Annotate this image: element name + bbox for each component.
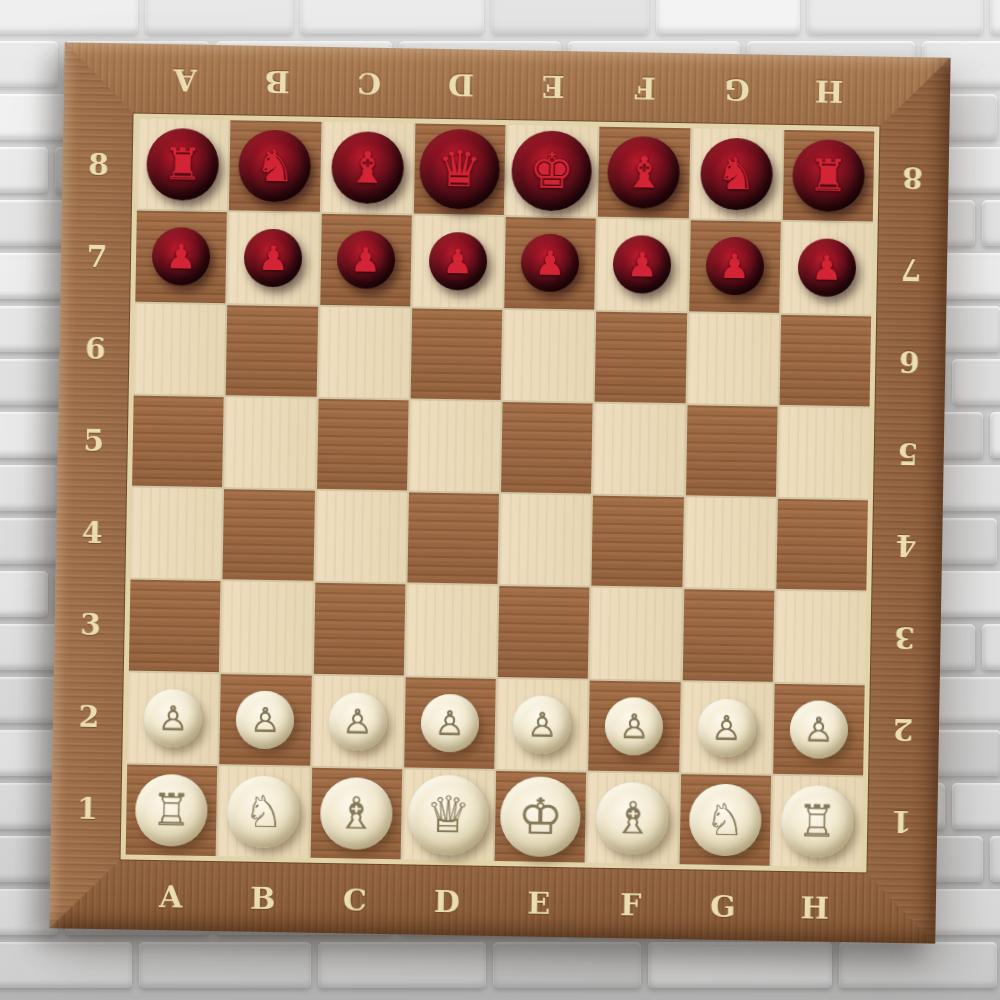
board-grid: ♜♞♝♛♚♝♞♜♟♟♟♟♟♟♟♟♙♙♙♙♙♙♙♙♖♘♗♕♔♗♘♖: [126, 119, 875, 868]
rank-label-2: 2: [66, 669, 112, 762]
wall-brick: [0, 41, 58, 87]
wall-brick: [0, 571, 48, 617]
file-label-c: C: [323, 60, 416, 108]
square-e6[interactable]: [503, 310, 595, 402]
wall-brick: [493, 942, 641, 988]
square-h7[interactable]: ♟: [781, 222, 873, 314]
file-label-d: D: [400, 877, 493, 925]
square-d5[interactable]: [409, 400, 501, 492]
square-a3[interactable]: [129, 580, 221, 672]
piece-red-pawn[interactable]: ♟: [613, 235, 672, 294]
piece-white-rook[interactable]: ♖: [135, 774, 208, 847]
square-e3[interactable]: [498, 586, 590, 678]
piece-red-pawn[interactable]: ♟: [336, 230, 395, 289]
wall-brick: [990, 836, 1000, 882]
square-e1[interactable]: ♔: [495, 771, 587, 863]
square-c4[interactable]: [315, 491, 407, 583]
piece-red-pawn[interactable]: ♟: [428, 232, 487, 291]
piece-white-king[interactable]: ♔: [500, 776, 581, 857]
square-d7[interactable]: ♟: [412, 216, 504, 308]
square-f5[interactable]: [593, 403, 685, 495]
square-c1[interactable]: ♗: [310, 768, 402, 860]
square-g8[interactable]: ♞: [690, 128, 782, 220]
square-h1[interactable]: ♖: [771, 776, 863, 868]
piece-red-pawn[interactable]: ♟: [521, 234, 580, 293]
file-label-g: G: [691, 66, 784, 114]
rank-label-5: 5: [885, 408, 931, 501]
wall-brick: [318, 942, 486, 988]
wall-brick: [648, 942, 832, 988]
square-d8[interactable]: ♛: [414, 123, 506, 215]
square-d1[interactable]: ♕: [402, 769, 494, 861]
square-f7[interactable]: ♟: [596, 219, 688, 311]
square-a2[interactable]: ♙: [127, 672, 219, 764]
piece-white-bishop[interactable]: ♗: [596, 782, 669, 855]
rank-label-1: 1: [65, 761, 111, 854]
square-d3[interactable]: [406, 585, 498, 677]
piece-white-pawn[interactable]: ♙: [420, 693, 479, 752]
wall-brick: [839, 942, 997, 988]
wall-brick: [990, 0, 1000, 34]
square-g3[interactable]: [682, 589, 774, 681]
file-label-e: E: [492, 879, 585, 927]
file-label-b: B: [231, 58, 324, 106]
chessboard: ABCDEFGH ABCDEFGH 87654321 87654321 ♜♞♝♛…: [49, 42, 950, 943]
square-c6[interactable]: [318, 306, 410, 398]
file-label-e: E: [507, 63, 600, 111]
rank-label-4: 4: [883, 500, 929, 593]
square-c3[interactable]: [313, 583, 405, 675]
square-c5[interactable]: [317, 399, 409, 491]
file-label-f: F: [599, 65, 692, 113]
square-b3[interactable]: [221, 581, 313, 673]
square-a6[interactable]: [134, 303, 226, 395]
square-g5[interactable]: [685, 405, 777, 497]
rank-label-4: 4: [69, 486, 115, 579]
piece-white-pawn[interactable]: ♙: [144, 688, 203, 747]
piece-red-bishop[interactable]: ♝: [331, 131, 404, 204]
playing-area: ♜♞♝♛♚♝♞♜♟♟♟♟♟♟♟♟♙♙♙♙♙♙♙♙♖♘♗♕♔♗♘♖: [121, 114, 880, 873]
file-label-h: H: [768, 884, 861, 932]
piece-white-knight[interactable]: ♘: [688, 783, 761, 856]
square-h5[interactable]: [778, 407, 870, 499]
wall-brick: [952, 359, 1000, 405]
square-d6[interactable]: [410, 308, 502, 400]
file-label-h: H: [783, 68, 876, 116]
piece-red-bishop[interactable]: ♝: [607, 136, 680, 209]
file-label-g: G: [676, 882, 769, 930]
square-c7[interactable]: ♟: [320, 214, 412, 306]
square-c2[interactable]: ♙: [312, 675, 404, 767]
file-label-f: F: [584, 881, 677, 929]
square-b8[interactable]: ♞: [229, 120, 321, 212]
piece-white-pawn[interactable]: ♙: [605, 697, 664, 756]
piece-white-pawn[interactable]: ♙: [513, 695, 572, 754]
wall-brick: [807, 0, 983, 34]
square-e8[interactable]: ♚: [506, 125, 598, 217]
file-label-a: A: [125, 873, 218, 921]
wall-brick: [0, 0, 138, 34]
square-e5[interactable]: [501, 402, 593, 494]
rank-label-1: 1: [879, 776, 925, 869]
piece-red-knight[interactable]: ♞: [238, 130, 311, 203]
square-h4[interactable]: [776, 499, 868, 591]
square-f3[interactable]: [590, 588, 682, 680]
piece-red-rook[interactable]: ♜: [146, 128, 219, 201]
square-h3[interactable]: [775, 591, 867, 683]
piece-white-pawn[interactable]: ♙: [697, 698, 756, 757]
square-a1[interactable]: ♖: [126, 764, 218, 856]
piece-red-pawn[interactable]: ♟: [797, 239, 856, 298]
rank-label-6: 6: [73, 302, 119, 395]
square-g6[interactable]: [687, 313, 779, 405]
piece-red-king[interactable]: ♚: [511, 130, 592, 211]
square-e4[interactable]: [499, 494, 591, 586]
rank-label-5: 5: [71, 394, 117, 487]
square-b2[interactable]: ♙: [219, 674, 311, 766]
square-g1[interactable]: ♘: [679, 774, 771, 866]
wall-brick: [990, 412, 1000, 458]
square-a7[interactable]: ♟: [135, 211, 227, 303]
square-a4[interactable]: [130, 488, 222, 580]
wall-brick: [145, 0, 293, 34]
piece-red-queen[interactable]: ♛: [419, 129, 500, 210]
file-label-c: C: [308, 876, 401, 924]
square-f2[interactable]: ♙: [588, 680, 680, 772]
wall-brick: [0, 147, 48, 193]
wall-brick: [491, 0, 649, 34]
piece-white-rook[interactable]: ♖: [781, 785, 854, 858]
rank-label-8: 8: [76, 118, 122, 211]
piece-red-pawn[interactable]: ♟: [705, 237, 764, 296]
square-b4[interactable]: [223, 489, 315, 581]
piece-white-pawn[interactable]: ♙: [789, 700, 848, 759]
wall-brick: [982, 624, 1000, 670]
rank-label-8: 8: [890, 132, 936, 225]
square-h8[interactable]: ♜: [783, 130, 875, 222]
wall-brick: [0, 942, 132, 988]
piece-white-pawn[interactable]: ♙: [328, 692, 387, 751]
square-d4[interactable]: [407, 492, 499, 584]
rank-label-3: 3: [882, 592, 928, 685]
square-c8[interactable]: ♝: [321, 122, 413, 214]
square-g7[interactable]: ♟: [689, 221, 781, 313]
piece-red-pawn[interactable]: ♟: [152, 227, 211, 286]
rank-label-7: 7: [74, 210, 120, 303]
file-label-d: D: [415, 61, 508, 109]
piece-white-pawn[interactable]: ♙: [236, 690, 295, 749]
square-b7[interactable]: ♟: [228, 212, 320, 304]
rank-label-7: 7: [888, 224, 934, 317]
piece-red-knight[interactable]: ♞: [700, 138, 773, 211]
wall-brick: [952, 783, 1000, 829]
wall-brick: [0, 465, 58, 511]
square-b6[interactable]: [226, 305, 318, 397]
wall-brick: [656, 0, 800, 34]
wall-brick: [139, 942, 311, 988]
square-f6[interactable]: [595, 311, 687, 403]
wall-brick: [982, 200, 1000, 246]
piece-white-bishop[interactable]: ♗: [319, 777, 392, 850]
wall-brick: [300, 0, 484, 34]
board-frame: ABCDEFGH ABCDEFGH 87654321 87654321 ♜♞♝♛…: [49, 42, 950, 943]
square-f8[interactable]: ♝: [598, 127, 690, 219]
square-h6[interactable]: [779, 314, 871, 406]
square-g4[interactable]: [684, 497, 776, 589]
piece-red-rook[interactable]: ♜: [792, 139, 865, 212]
square-a5[interactable]: [132, 395, 224, 487]
rank-label-6: 6: [887, 316, 933, 409]
file-label-b: B: [217, 874, 310, 922]
square-g2[interactable]: ♙: [681, 682, 773, 774]
square-e7[interactable]: ♟: [504, 217, 596, 309]
square-b5[interactable]: [224, 397, 316, 489]
file-label-a: A: [139, 57, 232, 105]
square-e2[interactable]: ♙: [496, 678, 588, 770]
square-f1[interactable]: ♗: [587, 772, 679, 864]
piece-white-queen[interactable]: ♕: [408, 774, 489, 855]
square-h2[interactable]: ♙: [773, 683, 865, 775]
square-d2[interactable]: ♙: [404, 677, 496, 769]
piece-white-knight[interactable]: ♘: [227, 775, 300, 848]
square-b1[interactable]: ♘: [218, 766, 310, 858]
piece-red-pawn[interactable]: ♟: [244, 229, 303, 288]
square-a8[interactable]: ♜: [137, 119, 229, 211]
square-f4[interactable]: [592, 496, 684, 588]
rank-label-3: 3: [68, 577, 114, 670]
rank-label-2: 2: [880, 684, 926, 777]
